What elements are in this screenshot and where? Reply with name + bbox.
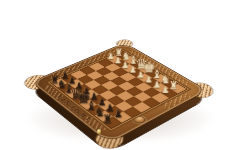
chess-piece-white-r: ♜ <box>169 80 179 91</box>
chess-piece-white-p: ♟ <box>161 86 169 95</box>
scene: ARMENIA ♜♞♝♛♚♝♞♜♟♟♟♟♟♟♟♟♟♟♟♟♟♟♟♟♜♞♝♛♚♝♞♜ <box>56 24 180 148</box>
chess-piece-white-p: ♟ <box>145 76 153 85</box>
chess-piece-white-p: ♟ <box>153 81 161 90</box>
brass-clasp-icon <box>97 129 101 134</box>
photo-stage: ARMENIA ♜♞♝♛♚♝♞♜♟♟♟♟♟♟♟♟♟♟♟♟♟♟♟♟♜♞♝♛♚♝♞♜ <box>0 0 240 150</box>
chess-piece-white-p: ♟ <box>137 71 145 80</box>
chess-piece-white-p: ♟ <box>129 66 137 75</box>
chess-piece-black-p: ♟ <box>114 109 123 119</box>
chess-piece-black-r: ♜ <box>103 113 113 125</box>
